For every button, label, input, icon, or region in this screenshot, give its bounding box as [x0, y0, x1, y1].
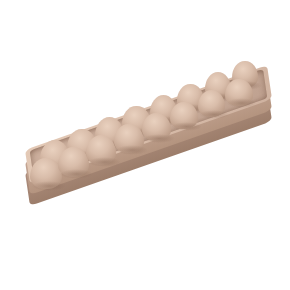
- egg-bump-near-4[interactable]: [114, 124, 144, 153]
- egg-bump-near-3[interactable]: [86, 135, 116, 165]
- render-canvas: [0, 0, 290, 290]
- egg-bump-near-5[interactable]: [142, 113, 171, 142]
- egg-bump-near-7[interactable]: [198, 90, 226, 117]
- egg-bump-near-2[interactable]: [58, 147, 89, 177]
- egg-bump-near-6[interactable]: [170, 102, 199, 130]
- egg-bump-near-1[interactable]: [30, 158, 62, 189]
- egg-bump-near-8[interactable]: [225, 79, 252, 106]
